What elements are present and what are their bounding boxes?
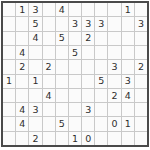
clue-cell[interactable]: 3 <box>82 103 94 116</box>
grid-cell[interactable] <box>29 60 41 73</box>
grid-cell[interactable] <box>3 89 15 102</box>
clue-cell[interactable]: 4 <box>122 89 134 102</box>
puzzle-screen: 13415333345245223211534244334501210 <box>0 0 150 150</box>
grid-cell[interactable] <box>82 46 94 59</box>
grid-cell[interactable] <box>29 89 41 102</box>
grid-cell[interactable] <box>3 17 15 30</box>
grid-cell[interactable] <box>43 17 55 30</box>
clue-cell[interactable]: 0 <box>82 132 94 145</box>
grid-cell[interactable] <box>3 132 15 145</box>
grid-cell[interactable] <box>135 32 147 45</box>
clue-cell[interactable]: 3 <box>135 17 147 30</box>
clue-cell[interactable]: 5 <box>95 75 107 88</box>
grid-cell[interactable] <box>3 117 15 130</box>
grid-cell[interactable] <box>3 103 15 116</box>
clue-cell[interactable]: 4 <box>43 89 55 102</box>
grid-cell[interactable] <box>43 103 55 116</box>
grid-cell[interactable] <box>135 103 147 116</box>
grid-cell[interactable] <box>43 132 55 145</box>
clue-cell[interactable]: 1 <box>122 117 134 130</box>
grid-cell[interactable] <box>135 132 147 145</box>
grid-cell[interactable] <box>56 132 68 145</box>
grid-cell[interactable] <box>95 103 107 116</box>
clue-cell[interactable]: 0 <box>108 117 120 130</box>
grid-cell[interactable] <box>122 60 134 73</box>
grid-cell[interactable] <box>82 60 94 73</box>
grid-cell[interactable] <box>135 117 147 130</box>
grid-cell[interactable] <box>135 3 147 16</box>
grid-cell[interactable] <box>95 132 107 145</box>
clue-cell[interactable]: 4 <box>16 103 28 116</box>
clue-cell[interactable]: 5 <box>29 17 41 30</box>
clue-cell[interactable]: 3 <box>29 3 41 16</box>
grid-cell[interactable] <box>16 75 28 88</box>
grid-cell[interactable] <box>43 75 55 88</box>
grid-cell[interactable] <box>82 89 94 102</box>
grid-cell[interactable] <box>29 117 41 130</box>
grid-cell[interactable] <box>82 75 94 88</box>
clue-cell[interactable]: 4 <box>16 46 28 59</box>
grid-cell[interactable] <box>95 89 107 102</box>
grid-cell[interactable] <box>122 46 134 59</box>
clue-cell[interactable]: 1 <box>69 132 81 145</box>
grid-cell[interactable] <box>69 103 81 116</box>
grid-cell[interactable] <box>108 46 120 59</box>
clue-cell[interactable]: 2 <box>29 132 41 145</box>
grid-cell[interactable] <box>108 32 120 45</box>
grid-cell[interactable] <box>135 46 147 59</box>
grid-cell[interactable] <box>43 3 55 16</box>
grid-cell[interactable] <box>16 32 28 45</box>
clue-cell[interactable]: 1 <box>16 3 28 16</box>
grid-cell[interactable] <box>56 89 68 102</box>
grid-cell[interactable] <box>69 89 81 102</box>
grid-cell[interactable] <box>56 60 68 73</box>
grid-cell[interactable] <box>95 117 107 130</box>
grid-cell[interactable] <box>3 60 15 73</box>
clue-cell[interactable]: 3 <box>69 17 81 30</box>
clue-cell[interactable]: 5 <box>69 46 81 59</box>
grid-cell[interactable] <box>69 32 81 45</box>
clue-cell[interactable]: 1 <box>122 3 134 16</box>
grid-cell[interactable] <box>3 3 15 16</box>
clue-cell[interactable]: 5 <box>56 117 68 130</box>
grid-cell[interactable] <box>69 3 81 16</box>
grid-cell[interactable] <box>16 17 28 30</box>
grid-cell[interactable] <box>108 17 120 30</box>
grid-cell[interactable] <box>43 117 55 130</box>
grid-cell[interactable] <box>95 32 107 45</box>
grid-cell[interactable] <box>69 117 81 130</box>
grid-cell[interactable] <box>3 32 15 45</box>
grid-cell[interactable] <box>135 89 147 102</box>
grid-cell[interactable] <box>56 17 68 30</box>
clue-cell[interactable]: 2 <box>108 89 120 102</box>
grid-cell[interactable] <box>108 75 120 88</box>
grid-cell[interactable] <box>122 132 134 145</box>
grid-cell[interactable] <box>43 46 55 59</box>
grid-cell[interactable] <box>3 46 15 59</box>
grid-cell[interactable] <box>108 3 120 16</box>
clue-cell[interactable]: 2 <box>82 32 94 45</box>
clue-cell[interactable]: 2 <box>43 60 55 73</box>
clue-cell[interactable]: 3 <box>82 17 94 30</box>
clue-cell[interactable]: 4 <box>16 117 28 130</box>
grid-cell[interactable] <box>135 75 147 88</box>
grid-cell[interactable] <box>56 103 68 116</box>
grid-cell[interactable] <box>108 103 120 116</box>
grid-cell[interactable] <box>95 3 107 16</box>
grid-cell[interactable] <box>95 60 107 73</box>
grid-cell[interactable] <box>69 60 81 73</box>
clue-cell[interactable]: 4 <box>29 32 41 45</box>
grid-cell[interactable] <box>16 132 28 145</box>
grid-cell[interactable] <box>16 89 28 102</box>
grid-cell[interactable] <box>82 3 94 16</box>
puzzle-grid: 13415333345245223211534244334501210 <box>1 1 149 147</box>
clue-cell[interactable]: 3 <box>122 75 134 88</box>
clue-cell[interactable]: 5 <box>56 32 68 45</box>
clue-cell[interactable]: 4 <box>56 3 68 16</box>
clue-cell[interactable]: 1 <box>3 75 15 88</box>
clue-cell[interactable]: 3 <box>29 103 41 116</box>
grid-cell[interactable] <box>69 75 81 88</box>
grid-cell[interactable] <box>29 46 41 59</box>
grid-cell[interactable] <box>56 46 68 59</box>
grid-cell[interactable] <box>43 32 55 45</box>
grid-cell[interactable] <box>108 132 120 145</box>
clue-cell[interactable]: 3 <box>95 17 107 30</box>
clue-cell[interactable]: 2 <box>16 60 28 73</box>
grid-cell[interactable] <box>56 75 68 88</box>
grid-cell[interactable] <box>122 103 134 116</box>
grid-cell[interactable] <box>122 32 134 45</box>
clue-cell[interactable]: 2 <box>135 60 147 73</box>
grid-cell[interactable] <box>82 117 94 130</box>
grid-cell[interactable] <box>95 46 107 59</box>
clue-cell[interactable]: 3 <box>108 60 120 73</box>
grid-cell[interactable] <box>122 17 134 30</box>
clue-cell[interactable]: 1 <box>29 75 41 88</box>
